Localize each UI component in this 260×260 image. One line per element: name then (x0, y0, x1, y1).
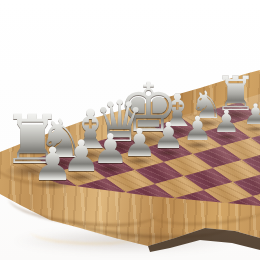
white-pawn-e2: ♟ (152, 118, 184, 154)
white-pawn-a2: ♟ (32, 141, 73, 187)
chess-set-photo: ♜♞♝♛♚♝♞♜♟♟♟♟♟♟♟♟ (0, 0, 260, 260)
white-pawn-h2: ♟ (243, 101, 260, 130)
white-pawn-f2: ♟ (182, 112, 212, 145)
white-pawn-g2: ♟ (213, 106, 241, 137)
square-a8 (148, 256, 197, 260)
